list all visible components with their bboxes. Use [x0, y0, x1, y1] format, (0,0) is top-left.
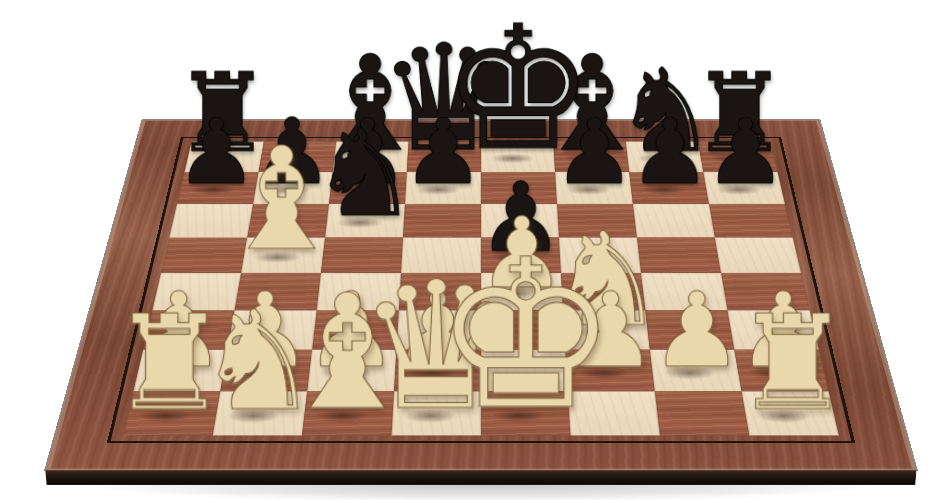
piece-black-pawn-f7: ♟: [554, 106, 635, 197]
board-drop-shadow: [51, 485, 911, 500]
piece-white-bishop-b5: ♝: [218, 129, 345, 271]
board-edge: [45, 470, 916, 485]
chess-board: ♜♝♛♚♝♞♜♟♟♟♟♟♟♟♞♝♟♟♞♟♟♟♟♟♟♟♜♞♝♛♚♜: [47, 120, 916, 471]
square-h5: [715, 238, 801, 273]
piece-white-pawn-g2: ♟: [650, 279, 743, 383]
board-grid: ♜♝♛♚♝♞♜♟♟♟♟♟♟♟♞♝♟♟♞♟♟♟♟♟♟♟♜♞♝♛♚♜: [123, 142, 839, 436]
board-frame: ♜♝♛♚♝♞♜♟♟♟♟♟♟♟♞♝♟♟♞♟♟♟♟♟♟♟♜♞♝♛♚♜: [47, 120, 916, 471]
piece-black-pawn-h7: ♟: [705, 106, 786, 197]
square-f7: ♟: [555, 172, 633, 204]
photo-stage: ♜♝♛♚♝♞♜♟♟♟♟♟♟♟♞♝♟♟♞♟♟♟♟♟♟♟♜♞♝♛♚♜: [0, 0, 943, 500]
square-g2: ♟: [650, 350, 742, 392]
square-h7: ♟: [703, 172, 785, 204]
square-h6: [709, 204, 793, 238]
square-e1: ♚: [481, 391, 570, 435]
piece-white-rook-h1: ♜: [734, 297, 852, 428]
square-g7: ♟: [629, 172, 709, 204]
piece-white-king-e1: ♚: [433, 232, 618, 438]
piece-black-pawn-g7: ♟: [629, 106, 710, 197]
board-border-line: ♜♝♛♚♝♞♜♟♟♟♟♟♟♟♞♝♟♟♞♟♟♟♟♟♟♟♜♞♝♛♚♜: [107, 137, 855, 443]
square-h1: ♜: [742, 391, 839, 435]
